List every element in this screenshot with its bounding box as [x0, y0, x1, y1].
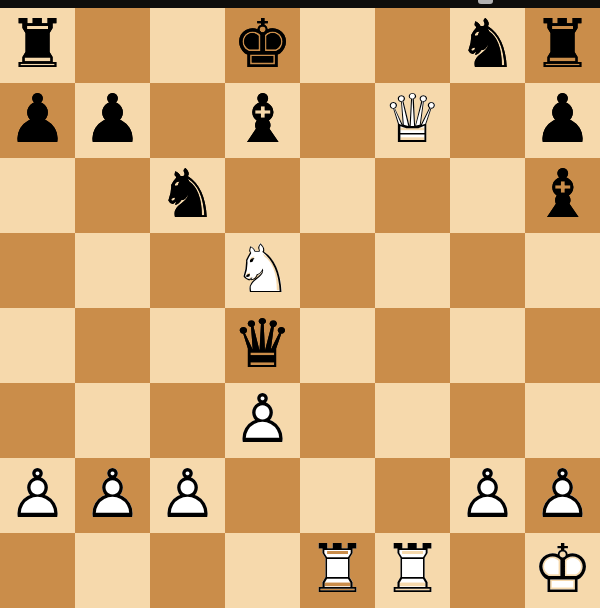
square-b5[interactable]	[75, 233, 150, 308]
black-rook-icon[interactable]: ♜♜	[525, 8, 600, 83]
black-king-icon[interactable]: ♚♚	[225, 8, 300, 83]
white-pawn-icon[interactable]: ♟♙	[225, 383, 300, 458]
black-knight-outline: ♞	[150, 158, 225, 233]
square-c5[interactable]	[150, 233, 225, 308]
square-b2[interactable]: ♟♙	[75, 458, 150, 533]
black-pawn-outline: ♟	[525, 83, 600, 158]
black-rook-icon[interactable]: ♜♜	[0, 8, 75, 83]
square-a6[interactable]	[0, 158, 75, 233]
square-e7[interactable]	[300, 83, 375, 158]
square-g7[interactable]	[450, 83, 525, 158]
white-pawn-outline: ♙	[75, 458, 150, 533]
square-e4[interactable]	[300, 308, 375, 383]
square-f8[interactable]	[375, 8, 450, 83]
white-rook-outline: ♖	[300, 533, 375, 608]
black-bishop-outline: ♝	[225, 83, 300, 158]
white-king-icon[interactable]: ♚♔	[525, 533, 600, 608]
square-f7[interactable]: ♛♕	[375, 83, 450, 158]
square-f3[interactable]	[375, 383, 450, 458]
black-queen-icon[interactable]: ♛♛	[225, 308, 300, 383]
white-knight-outline: ♘	[225, 233, 300, 308]
square-g3[interactable]	[450, 383, 525, 458]
square-h7[interactable]: ♟♟	[525, 83, 600, 158]
square-g6[interactable]	[450, 158, 525, 233]
square-g2[interactable]: ♟♙	[450, 458, 525, 533]
white-pawn-icon[interactable]: ♟♙	[0, 458, 75, 533]
square-d2[interactable]	[225, 458, 300, 533]
white-pawn-icon[interactable]: ♟♙	[450, 458, 525, 533]
square-d3[interactable]: ♟♙	[225, 383, 300, 458]
square-d8[interactable]: ♚♚	[225, 8, 300, 83]
square-a7[interactable]: ♟♟	[0, 83, 75, 158]
black-bishop-outline: ♝	[525, 158, 600, 233]
square-d4[interactable]: ♛♛	[225, 308, 300, 383]
square-h4[interactable]	[525, 308, 600, 383]
square-a3[interactable]	[0, 383, 75, 458]
black-pawn-outline: ♟	[0, 83, 75, 158]
black-bishop-icon[interactable]: ♝♝	[525, 158, 600, 233]
square-c4[interactable]	[150, 308, 225, 383]
black-pawn-icon[interactable]: ♟♟	[0, 83, 75, 158]
white-pawn-outline: ♙	[525, 458, 600, 533]
black-king-outline: ♚	[225, 8, 300, 83]
cropped-ui-fragment	[478, 0, 493, 4]
square-f2[interactable]	[375, 458, 450, 533]
square-e3[interactable]	[300, 383, 375, 458]
square-d1[interactable]	[225, 533, 300, 608]
square-f6[interactable]	[375, 158, 450, 233]
white-queen-outline: ♕	[375, 83, 450, 158]
white-pawn-outline: ♙	[225, 383, 300, 458]
square-a8[interactable]: ♜♜	[0, 8, 75, 83]
white-queen-icon[interactable]: ♛♕	[375, 83, 450, 158]
square-g4[interactable]	[450, 308, 525, 383]
square-b6[interactable]	[75, 158, 150, 233]
square-f4[interactable]	[375, 308, 450, 383]
square-g5[interactable]	[450, 233, 525, 308]
black-pawn-icon[interactable]: ♟♟	[525, 83, 600, 158]
square-a4[interactable]	[0, 308, 75, 383]
black-rook-outline: ♜	[525, 8, 600, 83]
white-pawn-icon[interactable]: ♟♙	[525, 458, 600, 533]
square-a1[interactable]	[0, 533, 75, 608]
square-h3[interactable]	[525, 383, 600, 458]
square-f5[interactable]	[375, 233, 450, 308]
white-pawn-outline: ♙	[450, 458, 525, 533]
square-d7[interactable]: ♝♝	[225, 83, 300, 158]
black-bishop-icon[interactable]: ♝♝	[225, 83, 300, 158]
white-pawn-icon[interactable]: ♟♙	[75, 458, 150, 533]
white-knight-icon[interactable]: ♞♘	[225, 233, 300, 308]
white-rook-icon[interactable]: ♜♖	[375, 533, 450, 608]
square-b7[interactable]: ♟♟	[75, 83, 150, 158]
white-rook-icon[interactable]: ♜♖	[300, 533, 375, 608]
square-g1[interactable]	[450, 533, 525, 608]
square-e6[interactable]	[300, 158, 375, 233]
square-h8[interactable]: ♜♜	[525, 8, 600, 83]
square-e5[interactable]	[300, 233, 375, 308]
square-d6[interactable]	[225, 158, 300, 233]
black-queen-outline: ♛	[225, 308, 300, 383]
square-a5[interactable]	[0, 233, 75, 308]
square-b8[interactable]	[75, 8, 150, 83]
white-pawn-icon[interactable]: ♟♙	[150, 458, 225, 533]
square-h5[interactable]	[525, 233, 600, 308]
black-pawn-outline: ♟	[75, 83, 150, 158]
square-a2[interactable]: ♟♙	[0, 458, 75, 533]
square-d5[interactable]: ♞♘	[225, 233, 300, 308]
square-h1[interactable]: ♚♔	[525, 533, 600, 608]
black-pawn-icon[interactable]: ♟♟	[75, 83, 150, 158]
square-e1[interactable]: ♜♖	[300, 533, 375, 608]
white-king-outline: ♔	[525, 533, 600, 608]
black-rook-outline: ♜	[0, 8, 75, 83]
square-c8[interactable]	[150, 8, 225, 83]
square-c7[interactable]	[150, 83, 225, 158]
square-h2[interactable]: ♟♙	[525, 458, 600, 533]
square-b1[interactable]	[75, 533, 150, 608]
square-f1[interactable]: ♜♖	[375, 533, 450, 608]
square-g8[interactable]: ♞♞	[450, 8, 525, 83]
square-c2[interactable]: ♟♙	[150, 458, 225, 533]
square-c3[interactable]	[150, 383, 225, 458]
square-b3[interactable]	[75, 383, 150, 458]
chess-board: ♜♜♚♚♞♞♜♜♟♟♟♟♝♝♛♕♟♟♞♞♝♝♞♘♛♛♟♙♟♙♟♙♟♙♟♙♟♙♜♖…	[0, 8, 600, 608]
white-pawn-outline: ♙	[0, 458, 75, 533]
square-e2[interactable]	[300, 458, 375, 533]
black-knight-outline: ♞	[450, 8, 525, 83]
square-e8[interactable]	[300, 8, 375, 83]
black-knight-icon[interactable]: ♞♞	[150, 158, 225, 233]
square-b4[interactable]	[75, 308, 150, 383]
square-h6[interactable]: ♝♝	[525, 158, 600, 233]
square-c1[interactable]	[150, 533, 225, 608]
black-knight-icon[interactable]: ♞♞	[450, 8, 525, 83]
white-pawn-outline: ♙	[150, 458, 225, 533]
square-c6[interactable]: ♞♞	[150, 158, 225, 233]
white-rook-outline: ♖	[375, 533, 450, 608]
